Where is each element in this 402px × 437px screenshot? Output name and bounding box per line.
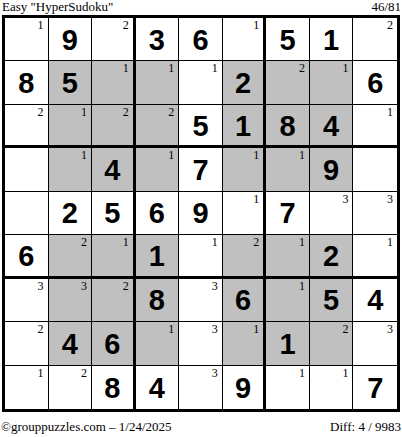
cell-value: 7: [266, 192, 309, 234]
cell-value: 6: [223, 279, 264, 321]
cell-value: 6: [179, 18, 222, 60]
pencil-mark: 2: [168, 105, 174, 119]
cell-value: 1: [266, 322, 309, 364]
puzzle-page: Easy "HyperSudoku" 46/81 192361512851112…: [0, 0, 402, 437]
cell-r3c4[interactable]: 2: [136, 105, 180, 148]
cell-r7c1[interactable]: 3: [5, 279, 49, 322]
pencil-mark: 2: [123, 18, 129, 32]
cell-r2c4[interactable]: 1: [136, 61, 180, 104]
pencil-mark: 1: [212, 61, 218, 75]
cell-r2c8[interactable]: 1: [310, 61, 354, 104]
cell-r7c7[interactable]: 1: [266, 279, 310, 322]
pencil-mark: 1: [38, 366, 44, 380]
page-title: Easy "HyperSudoku": [2, 0, 113, 14]
cell-r3c6: 1: [223, 105, 267, 148]
cell-value: 3: [136, 18, 179, 60]
cell-value: 4: [310, 105, 353, 145]
cell-value: 2: [310, 235, 353, 275]
pencil-mark: 3: [387, 322, 393, 336]
cell-r8c3: 6: [92, 322, 136, 365]
cell-value: 4: [92, 148, 133, 190]
pencil-mark: 1: [253, 322, 259, 336]
cell-r6c7[interactable]: 1: [266, 235, 310, 278]
cell-r9c4: 4: [136, 366, 180, 409]
pencil-mark: 1: [299, 366, 305, 380]
pencil-mark: 1: [299, 235, 305, 249]
cell-value: 6: [92, 322, 133, 364]
pencil-mark: 2: [81, 235, 87, 249]
cell-value: 4: [49, 322, 92, 364]
cell-r6c4: 1: [136, 235, 180, 278]
cell-value: 8: [266, 105, 309, 145]
cell-r5c1[interactable]: [5, 192, 49, 235]
pencil-mark: 1: [299, 148, 305, 162]
cell-value: 6: [353, 61, 397, 103]
footer: ©grouppuzzles.com – 1/24/2025 Diff: 4 / …: [0, 418, 402, 437]
cell-r4c8: 9: [310, 148, 354, 191]
cell-r7c2[interactable]: 3: [49, 279, 93, 322]
cell-r9c2[interactable]: 2: [49, 366, 93, 409]
cell-r8c5[interactable]: 3: [179, 322, 223, 365]
cell-r2c1: 8: [5, 61, 49, 104]
cell-r6c2[interactable]: 2: [49, 235, 93, 278]
cell-value: 4: [353, 279, 397, 321]
cell-r5c2: 2: [49, 192, 93, 235]
cell-value: 7: [179, 148, 222, 190]
cell-value: 9: [179, 192, 222, 234]
cell-r7c9: 4: [353, 279, 397, 322]
cell-r6c9[interactable]: 1: [353, 235, 397, 278]
cell-value: 8: [136, 279, 179, 321]
pencil-mark: 2: [38, 105, 44, 119]
pencil-mark: 3: [212, 322, 218, 336]
pencil-mark: 3: [342, 192, 348, 206]
cell-r7c4: 8: [136, 279, 180, 322]
cell-value: 4: [136, 366, 179, 409]
pencil-mark: 3: [212, 366, 218, 380]
cell-r8c9[interactable]: 3: [353, 322, 397, 365]
cell-value: 5: [92, 192, 133, 234]
cell-r8c4[interactable]: 1: [136, 322, 180, 365]
copyright-text: ©grouppuzzles.com – 1/24/2025: [1, 419, 172, 435]
pencil-mark: 1: [81, 105, 87, 119]
pencil-mark: 1: [168, 61, 174, 75]
cell-r1c3[interactable]: 2: [92, 18, 136, 61]
cell-value: 2: [223, 61, 264, 103]
pencil-mark: 1: [123, 235, 129, 249]
cell-r4c7[interactable]: 1: [266, 148, 310, 191]
cell-counter: 46/81: [371, 0, 401, 14]
pencil-mark: 1: [253, 192, 259, 206]
sudoku-board: 1923615128511122162122518411417119256917…: [2, 15, 400, 412]
cell-value: 8: [92, 366, 133, 409]
cell-r7c8: 5: [310, 279, 354, 322]
cell-value: 8: [5, 61, 48, 103]
cell-r2c6: 2: [223, 61, 267, 104]
pencil-mark: 1: [81, 148, 87, 162]
cell-r4c3: 4: [92, 148, 136, 191]
cell-value: 5: [179, 105, 222, 145]
cell-r1c9[interactable]: 2: [353, 18, 397, 61]
cell-r1c2: 9: [49, 18, 93, 61]
cell-r1c5: 6: [179, 18, 223, 61]
pencil-mark: 1: [168, 148, 174, 162]
cell-r4c9[interactable]: [353, 148, 397, 191]
cell-value: 9: [49, 18, 92, 60]
cell-r5c6[interactable]: 1: [223, 192, 267, 235]
cell-r6c8: 2: [310, 235, 354, 278]
pencil-mark: 1: [212, 235, 218, 249]
cell-value: 5: [310, 279, 353, 321]
cell-r1c7: 5: [266, 18, 310, 61]
cell-value: 5: [49, 61, 92, 103]
cell-r4c2[interactable]: 1: [49, 148, 93, 191]
cell-r8c1[interactable]: 2: [5, 322, 49, 365]
cell-r4c5: 7: [179, 148, 223, 191]
cell-r3c7: 8: [266, 105, 310, 148]
pencil-mark: 2: [387, 18, 393, 32]
pencil-mark: 2: [123, 105, 129, 119]
cell-value: 9: [310, 148, 353, 190]
pencil-mark: 1: [253, 148, 259, 162]
cell-r8c6[interactable]: 1: [223, 322, 267, 365]
cell-r3c8: 4: [310, 105, 354, 148]
cell-r1c8: 1: [310, 18, 354, 61]
cell-r1c4: 3: [136, 18, 180, 61]
cell-r8c7: 1: [266, 322, 310, 365]
cell-r3c9[interactable]: 1: [353, 105, 397, 148]
cell-r4c6[interactable]: 1: [223, 148, 267, 191]
pencil-mark: 1: [123, 61, 129, 75]
cell-r6c3[interactable]: 1: [92, 235, 136, 278]
pencil-mark: 3: [387, 192, 393, 206]
cell-value: 1: [223, 105, 264, 145]
cell-value: 6: [136, 192, 179, 234]
cell-r9c7[interactable]: 1: [266, 366, 310, 409]
pencil-mark: 1: [168, 322, 174, 336]
cell-r9c9: 7: [353, 366, 397, 409]
cell-r9c8[interactable]: 1: [310, 366, 354, 409]
pencil-mark: 3: [81, 279, 87, 293]
cell-r2c9: 6: [353, 61, 397, 104]
pencil-mark: 2: [38, 322, 44, 336]
pencil-mark: 2: [299, 61, 305, 75]
cell-value: 1: [136, 235, 179, 275]
cell-r3c2[interactable]: 1: [49, 105, 93, 148]
cell-r2c5[interactable]: 1: [179, 61, 223, 104]
pencil-mark: 2: [253, 235, 259, 249]
cell-r7c5[interactable]: 3: [179, 279, 223, 322]
cell-value: 9: [223, 366, 264, 409]
cell-r3c5: 5: [179, 105, 223, 148]
cell-r6c5[interactable]: 1: [179, 235, 223, 278]
cell-r2c2: 5: [49, 61, 93, 104]
cell-r6c6[interactable]: 2: [223, 235, 267, 278]
cell-r2c7[interactable]: 2: [266, 61, 310, 104]
cell-value: 6: [5, 235, 48, 275]
cell-r5c4: 6: [136, 192, 180, 235]
pencil-mark: 1: [387, 235, 393, 249]
cell-r9c3: 8: [92, 366, 136, 409]
header: Easy "HyperSudoku" 46/81: [0, 0, 402, 15]
cell-value: 2: [49, 192, 92, 234]
cell-r5c8[interactable]: 3: [310, 192, 354, 235]
pencil-mark: 1: [342, 366, 348, 380]
cell-r9c5[interactable]: 3: [179, 366, 223, 409]
cell-value: 7: [353, 366, 397, 409]
pencil-mark: 3: [212, 279, 218, 293]
pencil-mark: 2: [81, 366, 87, 380]
cell-r5c5: 9: [179, 192, 223, 235]
cell-r4c1[interactable]: [5, 148, 49, 191]
cell-r3c3[interactable]: 2: [92, 105, 136, 148]
cell-r4c4[interactable]: 1: [136, 148, 180, 191]
cell-r6c1: 6: [5, 235, 49, 278]
pencil-mark: 1: [299, 279, 305, 293]
cell-r3c1[interactable]: 2: [5, 105, 49, 148]
cell-r9c1[interactable]: 1: [5, 366, 49, 409]
pencil-mark: 1: [38, 18, 44, 32]
cell-value: 5: [266, 18, 309, 60]
pencil-mark: 2: [123, 279, 129, 293]
pencil-mark: 1: [253, 18, 259, 32]
cell-r1c1[interactable]: 1: [5, 18, 49, 61]
cell-r7c6: 6: [223, 279, 267, 322]
cell-r1c6[interactable]: 1: [223, 18, 267, 61]
cell-r5c9[interactable]: 3: [353, 192, 397, 235]
cell-r8c2: 4: [49, 322, 93, 365]
cell-r5c3: 5: [92, 192, 136, 235]
difficulty-text: Diff: 4 / 9983: [330, 419, 401, 435]
pencil-mark: 1: [342, 61, 348, 75]
pencil-mark: 1: [387, 105, 393, 119]
cell-value: 1: [310, 18, 353, 60]
cell-r9c6: 9: [223, 366, 267, 409]
pencil-mark: 2: [342, 322, 348, 336]
cell-r7c3[interactable]: 2: [92, 279, 136, 322]
cell-r8c8[interactable]: 2: [310, 322, 354, 365]
pencil-mark: 3: [38, 279, 44, 293]
cell-r5c7: 7: [266, 192, 310, 235]
cell-r2c3[interactable]: 1: [92, 61, 136, 104]
